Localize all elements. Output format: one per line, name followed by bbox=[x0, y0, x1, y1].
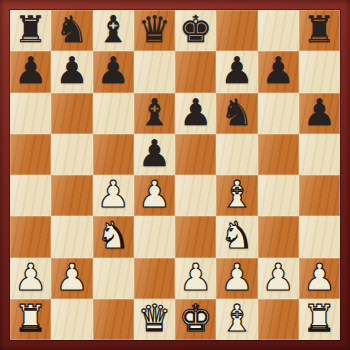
square-d1[interactable]: ♛ bbox=[134, 299, 175, 340]
square-b5[interactable] bbox=[51, 134, 92, 175]
square-f3[interactable]: ♞ bbox=[216, 216, 257, 257]
square-c6[interactable] bbox=[93, 93, 134, 134]
square-a7[interactable]: ♟ bbox=[10, 51, 51, 92]
square-f8[interactable] bbox=[216, 10, 257, 51]
board-frame: ♜♞♝♛♚♜♟♟♟♟♟♝♟♞♟♟♟♟♝♞♞♟♟♟♟♟♟♜♛♚♝♜ bbox=[0, 0, 350, 350]
white-pawn: ♟ bbox=[14, 259, 47, 296]
chess-board: ♜♞♝♛♚♜♟♟♟♟♟♝♟♞♟♟♟♟♝♞♞♟♟♟♟♟♟♜♛♚♝♜ bbox=[10, 10, 340, 340]
square-h3[interactable] bbox=[299, 216, 340, 257]
square-e8[interactable]: ♚ bbox=[175, 10, 216, 51]
black-bishop: ♝ bbox=[138, 94, 171, 131]
square-b7[interactable]: ♟ bbox=[51, 51, 92, 92]
square-f1[interactable]: ♝ bbox=[216, 299, 257, 340]
black-knight: ♞ bbox=[55, 11, 88, 48]
square-d2[interactable] bbox=[134, 258, 175, 299]
square-g1[interactable] bbox=[258, 299, 299, 340]
white-king: ♚ bbox=[179, 300, 212, 337]
square-b6[interactable] bbox=[51, 93, 92, 134]
square-d5[interactable]: ♟ bbox=[134, 134, 175, 175]
black-pawn: ♟ bbox=[14, 52, 47, 89]
black-queen: ♛ bbox=[138, 11, 171, 48]
white-queen: ♛ bbox=[138, 300, 171, 337]
square-a6[interactable] bbox=[10, 93, 51, 134]
square-g2[interactable]: ♟ bbox=[258, 258, 299, 299]
square-e1[interactable]: ♚ bbox=[175, 299, 216, 340]
black-pawn: ♟ bbox=[220, 52, 253, 89]
white-knight: ♞ bbox=[220, 217, 253, 254]
square-h6[interactable]: ♟ bbox=[299, 93, 340, 134]
square-f5[interactable] bbox=[216, 134, 257, 175]
square-h4[interactable] bbox=[299, 175, 340, 216]
square-e4[interactable] bbox=[175, 175, 216, 216]
square-e6[interactable]: ♟ bbox=[175, 93, 216, 134]
square-a2[interactable]: ♟ bbox=[10, 258, 51, 299]
square-g3[interactable] bbox=[258, 216, 299, 257]
square-d8[interactable]: ♛ bbox=[134, 10, 175, 51]
square-e7[interactable] bbox=[175, 51, 216, 92]
square-h5[interactable] bbox=[299, 134, 340, 175]
black-knight: ♞ bbox=[220, 94, 253, 131]
square-f6[interactable]: ♞ bbox=[216, 93, 257, 134]
black-rook: ♜ bbox=[14, 11, 47, 48]
square-f2[interactable]: ♟ bbox=[216, 258, 257, 299]
square-f4[interactable]: ♝ bbox=[216, 175, 257, 216]
white-pawn: ♟ bbox=[303, 259, 336, 296]
square-g6[interactable] bbox=[258, 93, 299, 134]
square-d4[interactable]: ♟ bbox=[134, 175, 175, 216]
black-pawn: ♟ bbox=[303, 94, 336, 131]
black-pawn: ♟ bbox=[97, 52, 130, 89]
square-g7[interactable]: ♟ bbox=[258, 51, 299, 92]
white-pawn: ♟ bbox=[262, 259, 295, 296]
black-pawn: ♟ bbox=[262, 52, 295, 89]
white-pawn: ♟ bbox=[220, 259, 253, 296]
black-king: ♚ bbox=[179, 11, 212, 48]
square-c8[interactable]: ♝ bbox=[93, 10, 134, 51]
white-pawn: ♟ bbox=[97, 176, 130, 213]
square-h1[interactable]: ♜ bbox=[299, 299, 340, 340]
square-h8[interactable]: ♜ bbox=[299, 10, 340, 51]
square-g4[interactable] bbox=[258, 175, 299, 216]
white-rook: ♜ bbox=[303, 300, 336, 337]
square-e5[interactable] bbox=[175, 134, 216, 175]
square-h7[interactable] bbox=[299, 51, 340, 92]
square-a8[interactable]: ♜ bbox=[10, 10, 51, 51]
square-c4[interactable]: ♟ bbox=[93, 175, 134, 216]
square-e3[interactable] bbox=[175, 216, 216, 257]
white-bishop: ♝ bbox=[220, 300, 253, 337]
black-rook: ♜ bbox=[303, 11, 336, 48]
black-pawn: ♟ bbox=[55, 52, 88, 89]
square-g8[interactable] bbox=[258, 10, 299, 51]
square-c7[interactable]: ♟ bbox=[93, 51, 134, 92]
square-d6[interactable]: ♝ bbox=[134, 93, 175, 134]
square-h2[interactable]: ♟ bbox=[299, 258, 340, 299]
square-a3[interactable] bbox=[10, 216, 51, 257]
white-knight: ♞ bbox=[97, 217, 130, 254]
square-c1[interactable] bbox=[93, 299, 134, 340]
black-bishop: ♝ bbox=[97, 11, 130, 48]
square-c3[interactable]: ♞ bbox=[93, 216, 134, 257]
square-g5[interactable] bbox=[258, 134, 299, 175]
square-c2[interactable] bbox=[93, 258, 134, 299]
square-d3[interactable] bbox=[134, 216, 175, 257]
square-e2[interactable]: ♟ bbox=[175, 258, 216, 299]
black-pawn: ♟ bbox=[138, 135, 171, 172]
square-b3[interactable] bbox=[51, 216, 92, 257]
square-a1[interactable]: ♜ bbox=[10, 299, 51, 340]
white-rook: ♜ bbox=[14, 300, 47, 337]
square-f7[interactable]: ♟ bbox=[216, 51, 257, 92]
white-pawn: ♟ bbox=[55, 259, 88, 296]
white-pawn: ♟ bbox=[138, 176, 171, 213]
black-pawn: ♟ bbox=[179, 94, 212, 131]
square-b1[interactable] bbox=[51, 299, 92, 340]
square-a5[interactable] bbox=[10, 134, 51, 175]
white-pawn: ♟ bbox=[179, 259, 212, 296]
white-bishop: ♝ bbox=[220, 176, 253, 213]
square-c5[interactable] bbox=[93, 134, 134, 175]
square-b4[interactable] bbox=[51, 175, 92, 216]
square-a4[interactable] bbox=[10, 175, 51, 216]
square-d7[interactable] bbox=[134, 51, 175, 92]
square-b8[interactable]: ♞ bbox=[51, 10, 92, 51]
square-b2[interactable]: ♟ bbox=[51, 258, 92, 299]
